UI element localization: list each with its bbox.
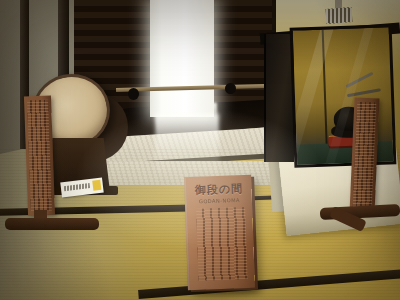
museum-room-photo: 御段の間 GODAN-NOMA [0,0,400,300]
vignette [0,0,400,300]
